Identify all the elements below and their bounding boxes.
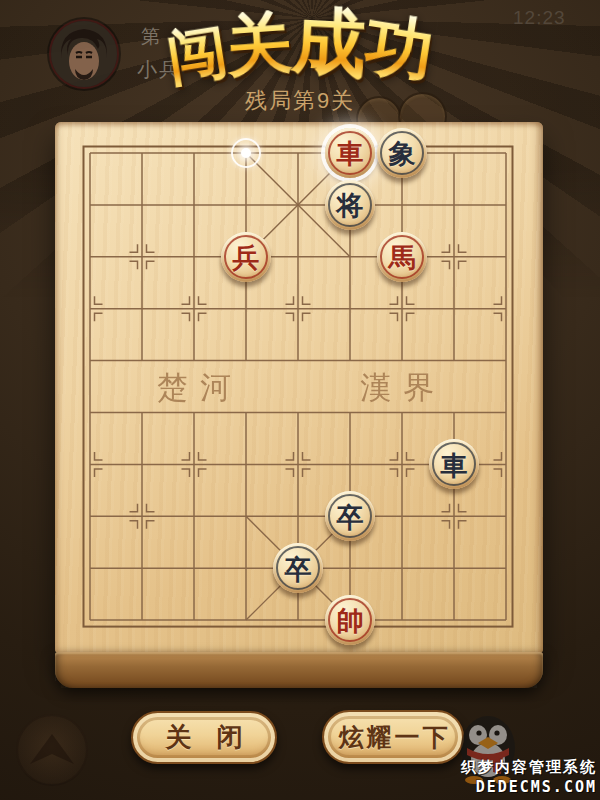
close-button[interactable]: 关 闭 (131, 711, 277, 764)
piece-glyph: 卒 (285, 556, 312, 583)
piece-black-soldier-2[interactable]: 卒 (273, 543, 323, 593)
piece-glyph: 象 (389, 140, 416, 167)
piece-glyph: 車 (337, 140, 364, 167)
title-char: 成 (290, 3, 368, 81)
player-avatar[interactable] (49, 19, 119, 89)
piece-red-general[interactable]: 帥 (325, 595, 375, 645)
piece-glyph: 将 (337, 192, 364, 219)
board-points-grid: 車象将兵馬車卒卒帥 (64, 127, 532, 646)
piece-black-general[interactable]: 将 (325, 180, 375, 230)
piece-glyph: 兵 (233, 244, 260, 271)
level-subtitle: 残局第9关 (0, 86, 600, 116)
show-off-button[interactable]: 炫耀一下 (322, 710, 464, 764)
piece-red-horse[interactable]: 馬 (377, 232, 427, 282)
board-bottom-edge (55, 652, 543, 688)
avatar-face-icon (51, 21, 117, 87)
success-title: 闯关成功 (150, 0, 450, 92)
last-move-origin-marker (231, 138, 261, 168)
piece-glyph: 車 (441, 452, 468, 479)
piece-black-soldier-1[interactable]: 卒 (325, 491, 375, 541)
piece-red-soldier[interactable]: 兵 (221, 232, 271, 282)
xiangqi-board[interactable]: 楚河 漢界 車象将兵馬車卒卒帥 (55, 122, 543, 688)
watermark: 织梦内容管理系统 DEDECMS.COM (461, 758, 597, 796)
expand-arrow-button[interactable] (16, 714, 88, 786)
title-char: 关 (224, 9, 294, 79)
title-char: 闯 (163, 20, 232, 89)
piece-glyph: 卒 (337, 504, 364, 531)
title-char: 功 (361, 8, 439, 86)
up-arrow-icon (27, 732, 77, 768)
clock-time: 12:23 (513, 7, 566, 29)
piece-glyph: 帥 (337, 607, 364, 634)
piece-red-chariot[interactable]: 車 (325, 128, 375, 178)
piece-black-elephant[interactable]: 象 (377, 128, 427, 178)
level-success-screen: 12:23 第 小兵 闯关成功 残局第9关 楚河 漢界 車象将兵馬車卒卒帥 关 … (0, 0, 600, 800)
watermark-line1: 织梦内容管理系统 (461, 758, 597, 777)
watermark-line2: DEDECMS.COM (461, 778, 597, 796)
piece-black-chariot[interactable]: 車 (429, 439, 479, 489)
piece-glyph: 馬 (389, 244, 416, 271)
